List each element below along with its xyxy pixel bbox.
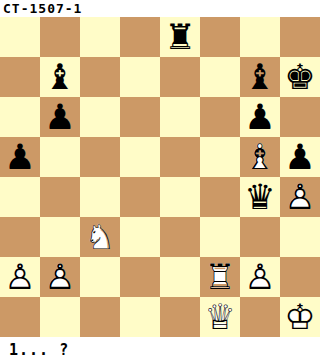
square-f2[interactable]: ♜♖: [200, 257, 240, 297]
piece-black-rook: ♜: [160, 17, 200, 57]
piece-black-bishop: ♝: [40, 57, 80, 97]
move-prompt: 1... ?: [0, 337, 320, 359]
square-c4[interactable]: [80, 177, 120, 217]
piece-black-king: ♚: [280, 57, 320, 97]
square-d8[interactable]: [120, 17, 160, 57]
piece-outline: ♙: [40, 257, 80, 297]
piece-glyph: ♟: [0, 137, 40, 177]
square-e6[interactable]: [160, 97, 200, 137]
piece-black-pawn: ♟: [240, 97, 280, 137]
square-f3[interactable]: [200, 217, 240, 257]
piece-black-pawn: ♟: [40, 97, 80, 137]
square-c1[interactable]: [80, 297, 120, 337]
square-g6[interactable]: ♟: [240, 97, 280, 137]
square-d7[interactable]: [120, 57, 160, 97]
square-b1[interactable]: [40, 297, 80, 337]
piece-outline: ♗: [240, 137, 280, 177]
piece-white-pawn: ♟♙: [0, 257, 40, 297]
square-b4[interactable]: [40, 177, 80, 217]
square-d6[interactable]: [120, 97, 160, 137]
piece-glyph: ♟: [240, 97, 280, 137]
square-b5[interactable]: [40, 137, 80, 177]
square-c7[interactable]: [80, 57, 120, 97]
piece-outline: ♙: [280, 177, 320, 217]
piece-outline: ♘: [80, 217, 120, 257]
piece-white-bishop: ♝♗: [240, 137, 280, 177]
square-c3[interactable]: ♞♘: [80, 217, 120, 257]
square-e1[interactable]: [160, 297, 200, 337]
piece-outline: ♖: [200, 257, 240, 297]
piece-glyph: ♚: [280, 57, 320, 97]
square-g1[interactable]: [240, 297, 280, 337]
square-g8[interactable]: [240, 17, 280, 57]
square-a2[interactable]: ♟♙: [0, 257, 40, 297]
piece-outline: ♔: [280, 297, 320, 337]
square-g3[interactable]: [240, 217, 280, 257]
piece-black-queen: ♛: [240, 177, 280, 217]
square-h8[interactable]: [280, 17, 320, 57]
piece-glyph: ♟: [280, 137, 320, 177]
square-d1[interactable]: [120, 297, 160, 337]
square-d5[interactable]: [120, 137, 160, 177]
chess-board: ♜♝♝♚♟♟♟♝♗♟♛♟♙♞♘♟♙♟♙♜♖♟♙♛♕♚♔: [0, 17, 320, 337]
square-e2[interactable]: [160, 257, 200, 297]
square-g4[interactable]: ♛: [240, 177, 280, 217]
square-g5[interactable]: ♝♗: [240, 137, 280, 177]
square-b3[interactable]: [40, 217, 80, 257]
square-e5[interactable]: [160, 137, 200, 177]
piece-black-pawn: ♟: [280, 137, 320, 177]
piece-white-rook: ♜♖: [200, 257, 240, 297]
square-c8[interactable]: [80, 17, 120, 57]
piece-white-knight: ♞♘: [80, 217, 120, 257]
piece-glyph: ♝: [240, 57, 280, 97]
square-c6[interactable]: [80, 97, 120, 137]
piece-white-pawn: ♟♙: [40, 257, 80, 297]
square-h7[interactable]: ♚: [280, 57, 320, 97]
square-d2[interactable]: [120, 257, 160, 297]
square-e8[interactable]: ♜: [160, 17, 200, 57]
piece-white-queen: ♛♕: [200, 297, 240, 337]
piece-glyph: ♝: [40, 57, 80, 97]
piece-white-pawn: ♟♙: [240, 257, 280, 297]
square-f8[interactable]: [200, 17, 240, 57]
diagram-title: CT-1507-1: [0, 0, 320, 17]
piece-glyph: ♜: [160, 17, 200, 57]
square-g2[interactable]: ♟♙: [240, 257, 280, 297]
square-h6[interactable]: [280, 97, 320, 137]
piece-glyph: ♛: [240, 177, 280, 217]
square-a7[interactable]: [0, 57, 40, 97]
square-h3[interactable]: [280, 217, 320, 257]
square-h2[interactable]: [280, 257, 320, 297]
piece-white-king: ♚♔: [280, 297, 320, 337]
square-h5[interactable]: ♟: [280, 137, 320, 177]
piece-black-pawn: ♟: [0, 137, 40, 177]
square-a3[interactable]: [0, 217, 40, 257]
square-f6[interactable]: [200, 97, 240, 137]
square-b8[interactable]: [40, 17, 80, 57]
square-a1[interactable]: [0, 297, 40, 337]
square-a4[interactable]: [0, 177, 40, 217]
square-e4[interactable]: [160, 177, 200, 217]
square-f5[interactable]: [200, 137, 240, 177]
square-f7[interactable]: [200, 57, 240, 97]
square-a8[interactable]: [0, 17, 40, 57]
piece-white-pawn: ♟♙: [280, 177, 320, 217]
piece-outline: ♕: [200, 297, 240, 337]
piece-outline: ♙: [0, 257, 40, 297]
square-a5[interactable]: ♟: [0, 137, 40, 177]
square-b6[interactable]: ♟: [40, 97, 80, 137]
square-f4[interactable]: [200, 177, 240, 217]
square-d3[interactable]: [120, 217, 160, 257]
square-g7[interactable]: ♝: [240, 57, 280, 97]
piece-black-bishop: ♝: [240, 57, 280, 97]
square-e3[interactable]: [160, 217, 200, 257]
square-e7[interactable]: [160, 57, 200, 97]
square-b7[interactable]: ♝: [40, 57, 80, 97]
square-d4[interactable]: [120, 177, 160, 217]
square-c5[interactable]: [80, 137, 120, 177]
square-h1[interactable]: ♚♔: [280, 297, 320, 337]
piece-glyph: ♟: [40, 97, 80, 137]
square-b2[interactable]: ♟♙: [40, 257, 80, 297]
piece-outline: ♙: [240, 257, 280, 297]
square-f1[interactable]: ♛♕: [200, 297, 240, 337]
square-a6[interactable]: [0, 97, 40, 137]
square-h4[interactable]: ♟♙: [280, 177, 320, 217]
square-c2[interactable]: [80, 257, 120, 297]
